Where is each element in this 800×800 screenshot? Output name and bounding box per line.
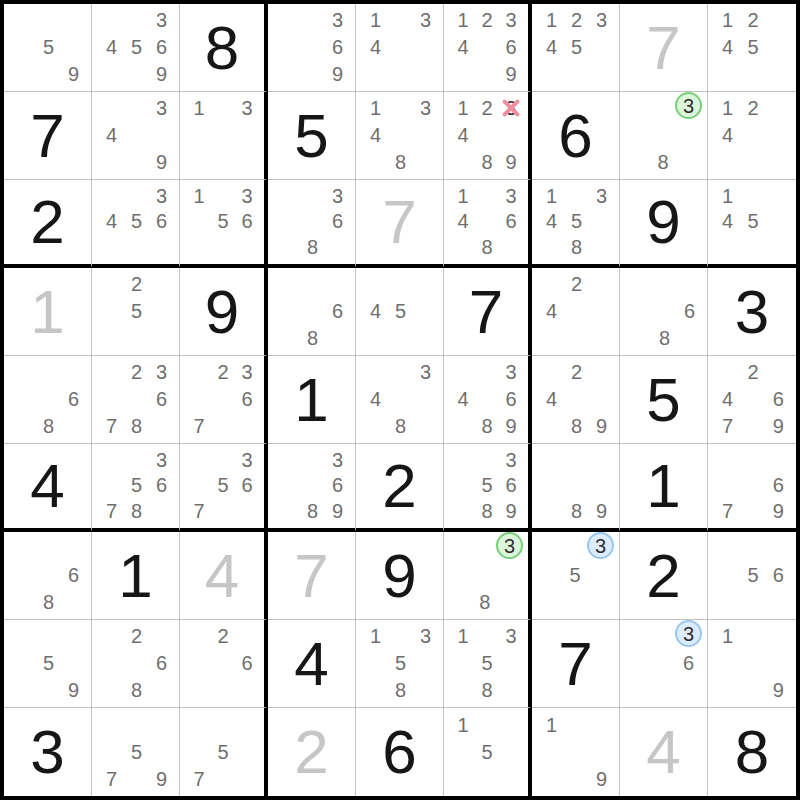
candidate-3-circled-green: 3 [496, 532, 523, 559]
cell-r3c9[interactable]: 145 [708, 180, 796, 268]
candidate-9: 9 [499, 148, 523, 175]
candidate-3: 3 [149, 447, 174, 473]
candidate-1: 1 [539, 183, 564, 209]
candidate-grid: 1245 [708, 4, 796, 91]
candidate-3: 3 [499, 7, 523, 34]
cell-r5c3[interactable]: 2367 [180, 356, 268, 444]
cell-r2c2[interactable]: 349 [92, 92, 180, 180]
candidate-grid: 679 [708, 444, 796, 528]
cell-r7c7[interactable]: 35 [532, 532, 620, 620]
cell-r1c8[interactable]: 7 [620, 4, 708, 92]
cell-r9c4[interactable]: 2 [268, 708, 356, 796]
candidate-grid: 12345 [532, 4, 619, 91]
cell-r9c6[interactable]: 15 [444, 708, 532, 796]
candidate-8: 8 [564, 234, 589, 260]
candidate-8: 8 [300, 234, 325, 260]
candidate-3-circled-blue: 3 [587, 532, 614, 559]
cell-r8c4[interactable]: 4 [268, 620, 356, 708]
cell-r6c2[interactable]: 35678 [92, 444, 180, 532]
candidate-3: 3 [149, 7, 174, 34]
cell-r6c9[interactable]: 679 [708, 444, 796, 532]
cell-r4c8[interactable]: 68 [620, 268, 708, 356]
candidate-8: 8 [124, 412, 149, 439]
candidate-4: 4 [99, 122, 124, 149]
candidate-9: 9 [589, 498, 614, 524]
candidate-6: 6 [149, 386, 174, 413]
candidate-5: 5 [564, 209, 589, 235]
candidate-5: 5 [124, 738, 149, 765]
candidate-7: 7 [187, 498, 211, 524]
candidate-grid: 3689 [268, 444, 355, 528]
candidate-1: 1 [539, 7, 564, 34]
solved-digit: 3 [30, 721, 64, 783]
candidate-9: 9 [499, 412, 523, 439]
solved-digit-gray: 7 [646, 17, 680, 79]
candidate-4: 4 [715, 34, 740, 61]
cell-r9c3[interactable]: 57 [180, 708, 268, 796]
candidate-grid: 68 [4, 532, 91, 619]
candidate-1: 1 [451, 7, 475, 34]
candidate-6: 6 [499, 473, 523, 499]
cell-r6c8[interactable]: 1 [620, 444, 708, 532]
cell-r1c1[interactable]: 59 [4, 4, 92, 92]
candidate-1: 1 [539, 711, 564, 738]
candidate-grid: 134 [356, 4, 443, 91]
candidate-5: 5 [740, 209, 765, 235]
cell-r6c6[interactable]: 35689 [444, 444, 532, 532]
solved-digit: 5 [294, 105, 328, 167]
cell-r1c2[interactable]: 34569 [92, 4, 180, 92]
cell-r2c9[interactable]: 124 [708, 92, 796, 180]
cell-r4c5[interactable]: 45 [356, 268, 444, 356]
cell-r9c1[interactable]: 3 [4, 708, 92, 796]
candidate-9: 9 [766, 676, 791, 703]
candidate-6: 6 [325, 298, 350, 325]
candidate-grid: 2367 [180, 356, 264, 443]
candidate-9: 9 [325, 498, 350, 524]
solved-digit-gray: 1 [30, 281, 64, 343]
candidate-3: 3 [149, 95, 174, 122]
cell-r4c2[interactable]: 25 [92, 268, 180, 356]
candidate-4: 4 [363, 386, 388, 413]
candidate-grid: 19 [532, 708, 619, 796]
candidate-3: 3 [235, 359, 259, 386]
candidate-8: 8 [564, 412, 589, 439]
cell-r3c7[interactable]: 13458 [532, 180, 620, 268]
cell-r8c7[interactable]: 7 [532, 620, 620, 708]
candidate-grid: 13458 [532, 180, 619, 264]
candidate-2: 2 [475, 95, 499, 122]
candidate-grid: 59 [4, 4, 91, 91]
candidate-6: 6 [677, 298, 702, 325]
candidate-5: 5 [740, 34, 765, 61]
cell-r1c5[interactable]: 134 [356, 4, 444, 92]
candidate-7: 7 [715, 498, 740, 524]
candidate-8: 8 [564, 498, 589, 524]
candidate-1: 1 [187, 95, 211, 122]
candidate-8: 8 [474, 588, 497, 615]
cell-r4c6[interactable]: 7 [444, 268, 532, 356]
solved-digit-gray: 7 [294, 545, 328, 607]
candidate-9: 9 [149, 148, 174, 175]
cell-r8c9[interactable]: 19 [708, 620, 796, 708]
cell-r8c2[interactable]: 268 [92, 620, 180, 708]
candidate-1: 1 [451, 183, 475, 209]
solved-digit: 4 [294, 633, 328, 695]
candidate-grid: 35 [532, 532, 619, 619]
candidate-grid: 145 [708, 180, 796, 264]
candidate-3: 3 [149, 359, 174, 386]
candidate-9: 9 [766, 412, 791, 439]
solved-digit: 6 [382, 721, 416, 783]
candidate-8: 8 [651, 148, 675, 175]
candidate-6: 6 [766, 386, 791, 413]
candidate-3: 3 [235, 95, 259, 122]
cell-r2c5[interactable]: 1348 [356, 92, 444, 180]
candidate-4: 4 [451, 122, 475, 149]
candidate-7: 7 [715, 412, 740, 439]
candidate-3: 3 [499, 359, 523, 386]
cell-r7c8[interactable]: 2 [620, 532, 708, 620]
candidate-4: 4 [99, 209, 124, 235]
cell-r5c5[interactable]: 348 [356, 356, 444, 444]
candidate-2: 2 [211, 623, 235, 650]
cell-r5c8[interactable]: 5 [620, 356, 708, 444]
candidate-4: 4 [715, 122, 740, 149]
solved-digit-gray: 2 [294, 721, 328, 783]
solved-digit: 9 [382, 545, 416, 607]
candidate-5: 5 [388, 298, 413, 325]
candidate-grid: 68 [4, 356, 91, 443]
candidate-4: 4 [363, 298, 388, 325]
candidate-6: 6 [235, 473, 259, 499]
solved-digit: 5 [646, 369, 680, 431]
candidate-3: 3 [499, 623, 523, 650]
cell-r2c7[interactable]: 6 [532, 92, 620, 180]
solved-digit: 1 [118, 545, 152, 607]
candidate-grid: 36 [620, 620, 707, 707]
cell-r7c4[interactable]: 7 [268, 532, 356, 620]
cell-r3c6[interactable]: 13468 [444, 180, 532, 268]
candidate-6: 6 [61, 386, 86, 413]
cell-r1c9[interactable]: 1245 [708, 4, 796, 92]
cell-r8c8[interactable]: 36 [620, 620, 708, 708]
candidate-grid: 1356 [180, 180, 264, 264]
candidate-7: 7 [99, 498, 124, 524]
solved-digit: 9 [205, 281, 239, 343]
candidate-1: 1 [451, 711, 475, 738]
candidate-6: 6 [149, 473, 174, 499]
cell-r8c1[interactable]: 59 [4, 620, 92, 708]
candidate-grid: 1358 [356, 620, 443, 707]
candidate-6: 6 [766, 562, 791, 589]
solved-digit: 7 [30, 105, 64, 167]
candidate-4: 4 [715, 209, 740, 235]
cell-r6c1[interactable]: 4 [4, 444, 92, 532]
candidate-6: 6 [235, 209, 259, 235]
cell-r4c7[interactable]: 24 [532, 268, 620, 356]
cell-r3c8[interactable]: 9 [620, 180, 708, 268]
solved-digit-gray: 4 [646, 721, 680, 783]
cell-r8c6[interactable]: 1358 [444, 620, 532, 708]
cell-r6c4[interactable]: 3689 [268, 444, 356, 532]
cell-r7c9[interactable]: 56 [708, 532, 796, 620]
candidate-5: 5 [475, 738, 499, 765]
candidate-6: 6 [235, 650, 259, 677]
candidate-1: 1 [363, 95, 388, 122]
cell-r9c9[interactable]: 8 [708, 708, 796, 796]
solved-digit: 9 [646, 191, 680, 253]
cell-r1c4[interactable]: 369 [268, 4, 356, 92]
candidate-6: 6 [499, 209, 523, 235]
candidate-9: 9 [61, 60, 86, 87]
cell-r2c6[interactable]: 123489 [444, 92, 532, 180]
solved-digit: 7 [558, 633, 592, 695]
cell-r6c3[interactable]: 3567 [180, 444, 268, 532]
cell-r2c1[interactable]: 7 [4, 92, 92, 180]
candidate-grid: 56 [708, 532, 796, 619]
candidate-2: 2 [124, 359, 149, 386]
candidate-6: 6 [61, 562, 86, 589]
candidate-4: 4 [539, 386, 564, 413]
solved-digit: 2 [30, 191, 64, 253]
candidate-9: 9 [499, 498, 523, 524]
candidate-8: 8 [388, 676, 413, 703]
candidate-8: 8 [300, 324, 325, 351]
cell-r5c9[interactable]: 24679 [708, 356, 796, 444]
candidate-grid: 68 [268, 268, 355, 355]
candidate-3: 3 [325, 447, 350, 473]
candidate-5: 5 [211, 209, 235, 235]
cell-r6c7[interactable]: 89 [532, 444, 620, 532]
candidate-5: 5 [124, 34, 149, 61]
cell-r2c4[interactable]: 5 [268, 92, 356, 180]
cell-r7c5[interactable]: 9 [356, 532, 444, 620]
candidate-8: 8 [475, 676, 499, 703]
cell-r9c8[interactable]: 4 [620, 708, 708, 796]
candidate-grid: 35689 [444, 444, 528, 528]
candidate-4: 4 [363, 122, 388, 149]
candidate-5: 5 [388, 650, 413, 677]
cell-r1c3[interactable]: 8 [180, 4, 268, 92]
cell-r8c5[interactable]: 1358 [356, 620, 444, 708]
candidate-4: 4 [451, 209, 475, 235]
candidate-5: 5 [211, 473, 235, 499]
candidate-9: 9 [149, 60, 174, 87]
candidate-grid: 1348 [356, 92, 443, 179]
candidate-4: 4 [715, 386, 740, 413]
candidate-6: 6 [149, 34, 174, 61]
cell-r8c3[interactable]: 26 [180, 620, 268, 708]
cell-r4c4[interactable]: 68 [268, 268, 356, 356]
candidate-3: 3 [589, 7, 614, 34]
candidate-8: 8 [36, 588, 61, 615]
candidate-grid: 38 [444, 532, 528, 619]
candidate-grid: 59 [4, 620, 91, 707]
candidate-9: 9 [61, 676, 86, 703]
cell-r3c5[interactable]: 7 [356, 180, 444, 268]
cell-r3c3[interactable]: 1356 [180, 180, 268, 268]
candidate-grid: 368 [268, 180, 355, 264]
candidate-5: 5 [36, 650, 61, 677]
cell-r7c1[interactable]: 68 [4, 532, 92, 620]
candidate-7: 7 [99, 412, 124, 439]
cell-r4c9[interactable]: 3 [708, 268, 796, 356]
candidate-5: 5 [124, 298, 149, 325]
candidate-6: 6 [499, 34, 523, 61]
candidate-9: 9 [589, 412, 614, 439]
candidate-3: 3 [325, 7, 350, 34]
candidate-4: 4 [99, 34, 124, 61]
candidate-5: 5 [564, 34, 589, 61]
cell-r3c4[interactable]: 368 [268, 180, 356, 268]
candidate-grid: 24 [532, 268, 619, 355]
candidate-grid: 19 [708, 620, 796, 707]
cell-r5c2[interactable]: 23678 [92, 356, 180, 444]
candidate-3: 3 [325, 183, 350, 209]
solved-digit: 7 [469, 281, 503, 343]
cell-r4c1[interactable]: 1 [4, 268, 92, 356]
cell-r2c8[interactable]: 38 [620, 92, 708, 180]
solved-digit-gray: 7 [382, 191, 416, 253]
candidate-grid: 57 [180, 708, 264, 796]
candidate-8: 8 [388, 412, 413, 439]
candidate-9: 9 [325, 60, 350, 87]
cell-r7c6[interactable]: 38 [444, 532, 532, 620]
candidate-grid: 349 [92, 92, 179, 179]
candidate-grid: 89 [532, 444, 619, 528]
cell-r2c3[interactable]: 13 [180, 92, 268, 180]
candidate-1: 1 [451, 623, 475, 650]
cell-r5c4[interactable]: 1 [268, 356, 356, 444]
candidate-grid: 1358 [444, 620, 528, 707]
candidate-3: 3 [235, 183, 259, 209]
candidate-7: 7 [99, 765, 124, 792]
candidate-grid: 348 [356, 356, 443, 443]
candidate-5: 5 [740, 562, 765, 589]
candidate-1: 1 [715, 183, 740, 209]
candidate-grid: 34569 [92, 4, 179, 91]
candidate-grid: 68 [620, 268, 707, 355]
candidate-3-circled-green: 3 [675, 92, 702, 119]
solved-digit-gray: 4 [205, 545, 239, 607]
candidate-6: 6 [149, 650, 174, 677]
candidate-8: 8 [124, 676, 149, 703]
candidate-grid: 34689 [444, 356, 528, 443]
candidate-6: 6 [325, 34, 350, 61]
candidate-5: 5 [124, 473, 149, 499]
cell-r7c3[interactable]: 4 [180, 532, 268, 620]
cell-r4c3[interactable]: 9 [180, 268, 268, 356]
cell-r9c5[interactable]: 6 [356, 708, 444, 796]
cell-r5c6[interactable]: 34689 [444, 356, 532, 444]
cell-r6c5[interactable]: 2 [356, 444, 444, 532]
candidate-3: 3 [589, 183, 614, 209]
candidate-5: 5 [563, 562, 587, 589]
candidate-grid: 3567 [180, 444, 264, 528]
candidate-6: 6 [499, 386, 523, 413]
solved-digit: 3 [735, 281, 769, 343]
candidate-8: 8 [475, 234, 499, 260]
candidate-4: 4 [539, 298, 564, 325]
candidate-2: 2 [124, 271, 149, 298]
candidate-grid: 35678 [92, 444, 179, 528]
candidate-4: 4 [451, 386, 475, 413]
candidate-grid: 26 [180, 620, 264, 707]
candidate-grid: 2489 [532, 356, 619, 443]
solved-digit: 6 [558, 105, 592, 167]
candidate-9: 9 [766, 498, 791, 524]
candidate-grid: 123489 [444, 92, 528, 179]
candidate-7: 7 [187, 765, 211, 792]
candidate-2: 2 [211, 359, 235, 386]
candidate-8: 8 [124, 498, 149, 524]
candidate-3-circled-blue: 3 [675, 620, 702, 647]
candidate-grid: 15 [444, 708, 528, 796]
candidate-9: 9 [499, 60, 523, 87]
candidate-2: 2 [740, 95, 765, 122]
candidate-2: 2 [475, 7, 499, 34]
candidate-8: 8 [652, 324, 677, 351]
candidate-3: 3 [413, 95, 438, 122]
candidate-8: 8 [300, 498, 325, 524]
candidate-3: 3 [413, 623, 438, 650]
cell-r3c1[interactable]: 2 [4, 180, 92, 268]
cell-r1c6[interactable]: 123469 [444, 4, 532, 92]
candidate-grid: 13468 [444, 180, 528, 264]
candidate-3: 3 [499, 447, 523, 473]
cell-r5c1[interactable]: 68 [4, 356, 92, 444]
candidate-grid: 24679 [708, 356, 796, 443]
candidate-grid: 45 [356, 268, 443, 355]
cell-r7c2[interactable]: 1 [92, 532, 180, 620]
cell-r5c7[interactable]: 2489 [532, 356, 620, 444]
candidate-1: 1 [363, 7, 388, 34]
solved-digit: 2 [646, 545, 680, 607]
candidate-1: 1 [715, 95, 740, 122]
candidate-2: 2 [124, 623, 149, 650]
candidate-grid: 579 [92, 708, 179, 796]
candidate-grid: 3456 [92, 180, 179, 264]
cell-r3c2[interactable]: 3456 [92, 180, 180, 268]
cell-r9c7[interactable]: 19 [532, 708, 620, 796]
candidate-8: 8 [475, 412, 499, 439]
candidate-2: 2 [564, 7, 589, 34]
candidate-grid: 268 [92, 620, 179, 707]
candidate-8: 8 [475, 148, 499, 175]
candidate-3: 3 [149, 183, 174, 209]
candidate-2: 2 [740, 7, 765, 34]
candidate-grid: 369 [268, 4, 355, 91]
candidate-5: 5 [36, 34, 61, 61]
cell-r9c2[interactable]: 579 [92, 708, 180, 796]
cell-r1c7[interactable]: 12345 [532, 4, 620, 92]
candidate-7: 7 [187, 412, 211, 439]
candidate-3: 3 [413, 7, 438, 34]
solved-digit: 1 [646, 455, 680, 517]
candidate-2: 2 [564, 271, 589, 298]
candidate-5: 5 [475, 650, 499, 677]
candidate-1: 1 [187, 183, 211, 209]
candidate-grid: 124 [708, 92, 796, 179]
candidate-6: 6 [235, 386, 259, 413]
solved-digit: 4 [30, 455, 64, 517]
candidate-9: 9 [589, 765, 614, 792]
candidate-4: 4 [539, 34, 564, 61]
solved-digit: 8 [735, 721, 769, 783]
candidate-5: 5 [124, 209, 149, 235]
candidate-9: 9 [149, 765, 174, 792]
